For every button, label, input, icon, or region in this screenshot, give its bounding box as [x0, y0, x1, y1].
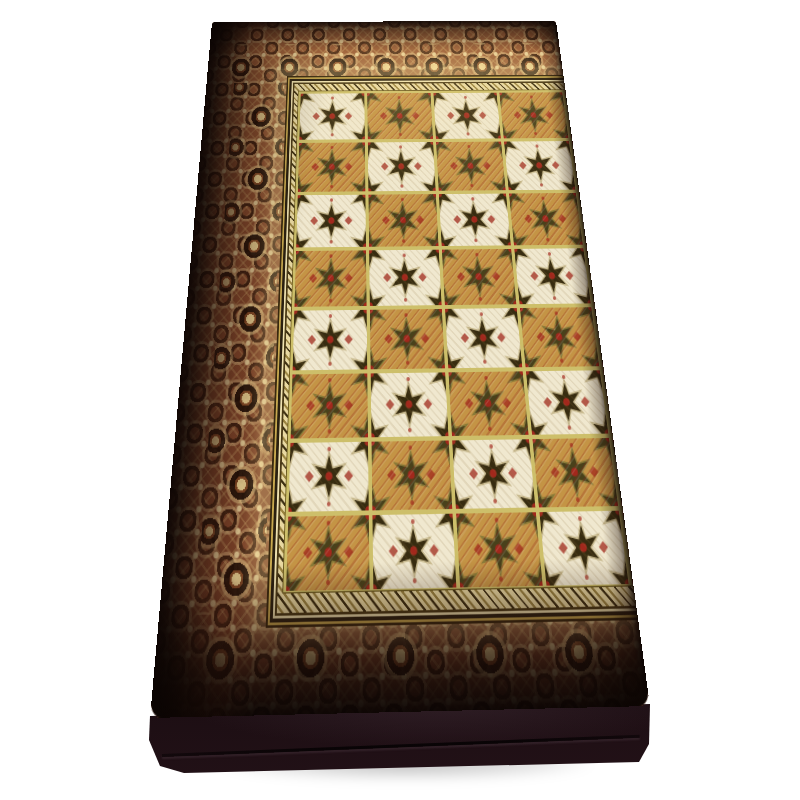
board-square — [565, 92, 636, 138]
board-square — [371, 372, 449, 437]
board-square — [291, 373, 368, 438]
board-square — [433, 93, 500, 139]
board-square — [442, 249, 516, 305]
board-square — [370, 309, 445, 369]
board-square — [603, 369, 638, 433]
board-square — [452, 439, 535, 509]
board-square — [293, 310, 368, 371]
board-square — [579, 192, 638, 244]
board-square — [369, 250, 441, 306]
board-square — [504, 141, 575, 190]
board-square — [372, 514, 456, 590]
product-photo — [0, 0, 800, 800]
box-lid-top — [150, 21, 650, 718]
board-square — [436, 142, 506, 191]
board-square — [499, 92, 568, 138]
board-grid — [286, 92, 638, 591]
board-square — [368, 142, 436, 191]
board-square — [449, 371, 529, 436]
board-square — [439, 194, 511, 246]
board-square — [372, 440, 453, 510]
board-square — [445, 308, 522, 368]
board-square — [520, 307, 599, 367]
board-square — [586, 248, 638, 304]
chessboard-half — [282, 89, 641, 593]
board-square — [594, 306, 637, 366]
board-square — [296, 195, 366, 248]
board-square — [526, 370, 608, 434]
board-square — [572, 141, 638, 190]
board-square — [298, 142, 366, 191]
board-square — [514, 248, 590, 304]
board-square — [294, 250, 366, 306]
board-square — [368, 194, 438, 247]
board-square — [509, 193, 583, 245]
board-square — [367, 93, 433, 139]
board-square — [288, 442, 368, 512]
board-square — [539, 511, 628, 586]
board-square — [299, 93, 364, 139]
board-square — [532, 438, 618, 507]
board-square — [286, 515, 369, 591]
board-square — [456, 512, 543, 587]
